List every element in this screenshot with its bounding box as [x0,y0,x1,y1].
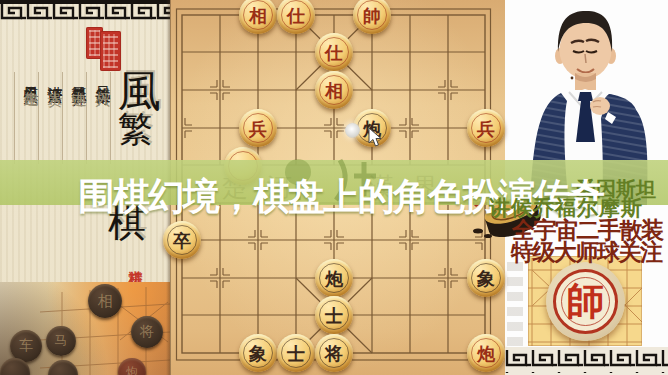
xiangqi-piece-兵[interactable]: 兵 [467,109,505,147]
faint-vertical-text [507,258,523,346]
screenshot-stage: 風 繁 棋 风起筝末诗入枰 繁星似子弈中速 讲评论道万人贵 棋中日月人生趣 精讲… [0,0,668,375]
lattice-border-icon [0,0,170,26]
photo-piece: 相 [88,284,122,318]
photo-piece: 马 [46,326,76,356]
master-piece-char: 師 [567,276,605,327]
master-shi-piece: 師 [546,262,625,341]
xiangqi-piece-象[interactable]: 象 [467,259,505,297]
xiangqi-piece-象[interactable]: 象 [239,334,277,372]
xiangqi-piece-兵[interactable]: 兵 [239,109,277,147]
photo-piece: 将 [131,316,163,348]
red-seal-icon [100,31,121,71]
mouse-cursor-icon [368,127,384,149]
wooden-pieces-photo: 相 将 车 马 炮 [0,282,170,375]
calligraphy-char: 繁 [118,112,153,147]
calligraphy-char: 風 [118,70,161,113]
sparkle-effect-icon [345,123,360,138]
xiangqi-piece-士[interactable]: 士 [277,334,315,372]
xiangqi-piece-仕[interactable]: 仕 [315,33,353,71]
xiangqi-piece-将[interactable]: 将 [315,334,353,372]
xiangqi-piece-炮[interactable]: 炮 [315,259,353,297]
xiangqi-piece-炮[interactable]: 炮 [467,334,505,372]
xiangqi-piece-士[interactable]: 士 [315,296,353,334]
lattice-border-icon [505,347,668,375]
xiangqi-piece-相[interactable]: 相 [315,71,353,109]
xiangqi-piece-卒[interactable]: 卒 [163,221,201,259]
promo-red-line-2: 特级大师球关注 [511,237,662,268]
